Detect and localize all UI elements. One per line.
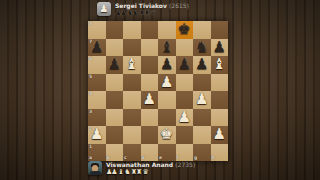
square-e5[interactable]: ♟ [158,74,176,92]
black-pawn[interactable]: ♟ [211,39,229,57]
square-d8[interactable] [141,21,159,39]
top-player-rating: (2615) [169,2,189,9]
top-player-info: Sergei Tiviakov (2615) ♟♟ ♞♞ ♜♜ ♛ [115,2,189,17]
white-pawn[interactable]: ♟ [193,91,211,109]
square-e6[interactable]: ♟ [158,56,176,74]
square-g1[interactable]: g [193,144,211,162]
square-h2[interactable]: ♟ [211,126,229,144]
square-a2[interactable]: 2♟ [88,126,106,144]
square-f6[interactable]: ♟ [176,56,194,74]
black-bishop[interactable]: ♝ [158,39,176,57]
white-king[interactable]: ♚ [158,126,176,144]
rank-label-1: 1 [89,145,92,150]
square-h3[interactable] [211,109,229,127]
square-c7[interactable] [123,39,141,57]
square-c3[interactable] [123,109,141,127]
rank-label-8: 8 [89,22,92,27]
square-c8[interactable] [123,21,141,39]
square-e8[interactable] [158,21,176,39]
square-h5[interactable] [211,74,229,92]
square-a6[interactable]: 6 [88,56,106,74]
avatar-body [90,171,101,175]
file-label-h: h [212,156,215,161]
square-g2[interactable] [193,126,211,144]
square-c1[interactable]: c [123,144,141,162]
black-pawn[interactable]: ♟ [106,56,124,74]
rank-label-7: 7 [89,40,92,45]
bottom-captured-pieces: ♟♟ ♝ ♞ ♜♜ ♛ [106,168,195,176]
square-f5[interactable] [176,74,194,92]
top-captured-pieces: ♟♟ ♞♞ ♜♜ ♛ [115,9,189,17]
square-a1[interactable]: 1a [88,144,106,162]
top-player-bar: ♟ Sergei Tiviakov (2615) ♟♟ ♞♞ ♜♜ ♛ [97,2,189,17]
square-d6[interactable] [141,56,159,74]
file-label-b: b [107,156,110,161]
square-e3[interactable] [158,109,176,127]
rank-label-2: 2 [89,127,92,132]
square-d3[interactable] [141,109,159,127]
top-player-name: Sergei Tiviakov (2615) [115,2,189,9]
bottom-player-info: Viswanathan Anand (2735) ♟♟ ♝ ♞ ♜♜ ♛ [106,161,195,176]
square-f1[interactable]: f [176,144,194,162]
square-h1[interactable]: h [211,144,229,162]
black-pawn[interactable]: ♟ [193,56,211,74]
square-a4[interactable]: 4 [88,91,106,109]
file-label-c: c [124,156,127,161]
square-d1[interactable]: d [141,144,159,162]
rank-label-4: 4 [89,92,92,97]
square-g5[interactable] [193,74,211,92]
square-e1[interactable]: e [158,144,176,162]
square-h8[interactable] [211,21,229,39]
square-b4[interactable] [106,91,124,109]
square-b2[interactable] [106,126,124,144]
square-g4[interactable]: ♟ [193,91,211,109]
square-d4[interactable]: ♟ [141,91,159,109]
square-c2[interactable] [123,126,141,144]
square-e2[interactable]: ♚ [158,126,176,144]
white-bishop[interactable]: ♝ [123,56,141,74]
square-f3[interactable]: ♟ [176,109,194,127]
black-pawn[interactable]: ♟ [176,56,194,74]
bottom-player-bar: Viswanathan Anand (2735) ♟♟ ♝ ♞ ♜♜ ♛ [88,161,195,176]
file-label-e: e [159,156,162,161]
square-a7[interactable]: 7♟ [88,39,106,57]
square-h4[interactable] [211,91,229,109]
square-b7[interactable] [106,39,124,57]
file-label-a: a [89,156,92,161]
square-e4[interactable] [158,91,176,109]
file-label-f: f [177,156,179,161]
square-f2[interactable] [176,126,194,144]
square-d2[interactable] [141,126,159,144]
bottom-player-avatar [88,161,102,175]
square-g7[interactable]: ♞ [193,39,211,57]
square-b8[interactable] [106,21,124,39]
square-c5[interactable] [123,74,141,92]
square-b6[interactable]: ♟ [106,56,124,74]
rank-label-6: 6 [89,57,92,62]
file-label-d: d [142,156,145,161]
square-f4[interactable] [176,91,194,109]
square-d7[interactable] [141,39,159,57]
square-h7[interactable]: ♟ [211,39,229,57]
square-d5[interactable] [141,74,159,92]
white-pawn[interactable]: ♟ [158,74,176,92]
bottom-player-name: Viswanathan Anand (2735) [106,161,195,168]
white-pawn[interactable]: ♟ [211,126,229,144]
square-f8[interactable]: ♚ [176,21,194,39]
square-a5[interactable]: 5 [88,74,106,92]
square-b1[interactable]: b [106,144,124,162]
bottom-player-rating: (2735) [175,161,195,168]
black-pawn[interactable]: ♟ [158,56,176,74]
square-c6[interactable]: ♝ [123,56,141,74]
rank-label-3: 3 [89,110,92,115]
square-b5[interactable] [106,74,124,92]
black-knight[interactable]: ♞ [193,39,211,57]
white-bishop[interactable]: ♝ [211,56,229,74]
square-g8[interactable] [193,21,211,39]
black-king[interactable]: ♚ [176,21,194,39]
square-a3[interactable]: 3 [88,109,106,127]
square-b3[interactable] [106,109,124,127]
rank-label-5: 5 [89,75,92,80]
square-c4[interactable] [123,91,141,109]
top-player-avatar: ♟ [97,2,111,16]
square-a8[interactable]: 8 [88,21,106,39]
chess-board: 8♚7♟♝♞♟6♟♝♟♟♟♝5♟4♟♟3♟2♟♚♟1abcdefgh [88,21,228,161]
pawn-avatar-icon: ♟ [100,4,109,14]
square-e7[interactable]: ♝ [158,39,176,57]
white-pawn[interactable]: ♟ [176,109,194,127]
white-pawn[interactable]: ♟ [141,91,159,109]
file-label-g: g [194,156,197,161]
square-h6[interactable]: ♝ [211,56,229,74]
square-g6[interactable]: ♟ [193,56,211,74]
square-g3[interactable] [193,109,211,127]
square-f7[interactable] [176,39,194,57]
